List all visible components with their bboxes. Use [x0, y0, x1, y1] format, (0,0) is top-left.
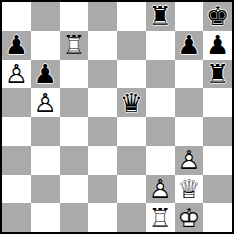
square-b2[interactable]	[31, 175, 60, 204]
white-pawn: ♟♙	[146, 175, 175, 204]
square-b8[interactable]	[31, 2, 60, 31]
square-b5[interactable]: ♟♙	[31, 88, 60, 117]
square-c1[interactable]	[60, 203, 89, 232]
white-rook: ♜♖	[146, 203, 175, 232]
square-e1[interactable]	[117, 203, 146, 232]
square-e6[interactable]	[117, 60, 146, 89]
square-h7[interactable]: ♟	[203, 31, 232, 60]
square-d6[interactable]	[88, 60, 117, 89]
square-c8[interactable]	[60, 2, 89, 31]
square-d4[interactable]	[88, 117, 117, 146]
black-queen: ♛	[117, 88, 146, 117]
white-rook: ♜♖	[60, 31, 89, 60]
square-h8[interactable]: ♚	[203, 2, 232, 31]
square-a6[interactable]: ♟♙	[2, 60, 31, 89]
square-a3[interactable]	[2, 146, 31, 175]
square-b7[interactable]	[31, 31, 60, 60]
square-a8[interactable]	[2, 2, 31, 31]
square-c7[interactable]: ♜♖	[60, 31, 89, 60]
square-a4[interactable]	[2, 117, 31, 146]
square-f8[interactable]: ♜	[146, 2, 175, 31]
black-pawn: ♟	[31, 60, 60, 89]
square-f3[interactable]	[146, 146, 175, 175]
square-f7[interactable]	[146, 31, 175, 60]
square-e2[interactable]	[117, 175, 146, 204]
square-h4[interactable]	[203, 117, 232, 146]
square-c3[interactable]	[60, 146, 89, 175]
square-e4[interactable]	[117, 117, 146, 146]
square-g7[interactable]: ♟	[175, 31, 204, 60]
black-pawn: ♟	[2, 31, 31, 60]
white-pawn: ♟♙	[31, 88, 60, 117]
square-f4[interactable]	[146, 117, 175, 146]
square-g2[interactable]: ♛♕	[175, 175, 204, 204]
square-a2[interactable]	[2, 175, 31, 204]
square-c2[interactable]	[60, 175, 89, 204]
square-b6[interactable]: ♟	[31, 60, 60, 89]
square-d7[interactable]	[88, 31, 117, 60]
square-e7[interactable]	[117, 31, 146, 60]
square-h2[interactable]	[203, 175, 232, 204]
white-queen: ♛♕	[175, 175, 204, 204]
square-e3[interactable]	[117, 146, 146, 175]
square-e5[interactable]: ♛	[117, 88, 146, 117]
square-g3[interactable]: ♟♙	[175, 146, 204, 175]
square-g1[interactable]: ♚♔	[175, 203, 204, 232]
black-rook: ♜	[146, 2, 175, 31]
square-b1[interactable]	[31, 203, 60, 232]
square-c6[interactable]	[60, 60, 89, 89]
square-h1[interactable]	[203, 203, 232, 232]
chess-diagram: ♜♚♟♜♖♟♟♟♙♟♜♟♙♛♟♙♟♙♛♕♜♖♚♔	[0, 0, 234, 234]
square-h6[interactable]: ♜	[203, 60, 232, 89]
chess-board: ♜♚♟♜♖♟♟♟♙♟♜♟♙♛♟♙♟♙♛♕♜♖♚♔	[0, 0, 234, 234]
square-b4[interactable]	[31, 117, 60, 146]
square-b3[interactable]	[31, 146, 60, 175]
square-d2[interactable]	[88, 175, 117, 204]
square-d1[interactable]	[88, 203, 117, 232]
square-c4[interactable]	[60, 117, 89, 146]
square-h3[interactable]	[203, 146, 232, 175]
square-a7[interactable]: ♟	[2, 31, 31, 60]
square-g8[interactable]	[175, 2, 204, 31]
white-pawn: ♟♙	[175, 146, 204, 175]
square-a1[interactable]	[2, 203, 31, 232]
square-f1[interactable]: ♜♖	[146, 203, 175, 232]
black-rook: ♜	[203, 60, 232, 89]
square-f6[interactable]	[146, 60, 175, 89]
black-king: ♚	[203, 2, 232, 31]
white-king: ♚♔	[175, 203, 204, 232]
square-d8[interactable]	[88, 2, 117, 31]
square-e8[interactable]	[117, 2, 146, 31]
black-pawn: ♟	[175, 31, 204, 60]
square-h5[interactable]	[203, 88, 232, 117]
square-f2[interactable]: ♟♙	[146, 175, 175, 204]
white-pawn: ♟♙	[2, 60, 31, 89]
square-c5[interactable]	[60, 88, 89, 117]
square-g5[interactable]	[175, 88, 204, 117]
square-f5[interactable]	[146, 88, 175, 117]
square-g6[interactable]	[175, 60, 204, 89]
square-g4[interactable]	[175, 117, 204, 146]
square-d5[interactable]	[88, 88, 117, 117]
square-a5[interactable]	[2, 88, 31, 117]
square-d3[interactable]	[88, 146, 117, 175]
black-pawn: ♟	[203, 31, 232, 60]
